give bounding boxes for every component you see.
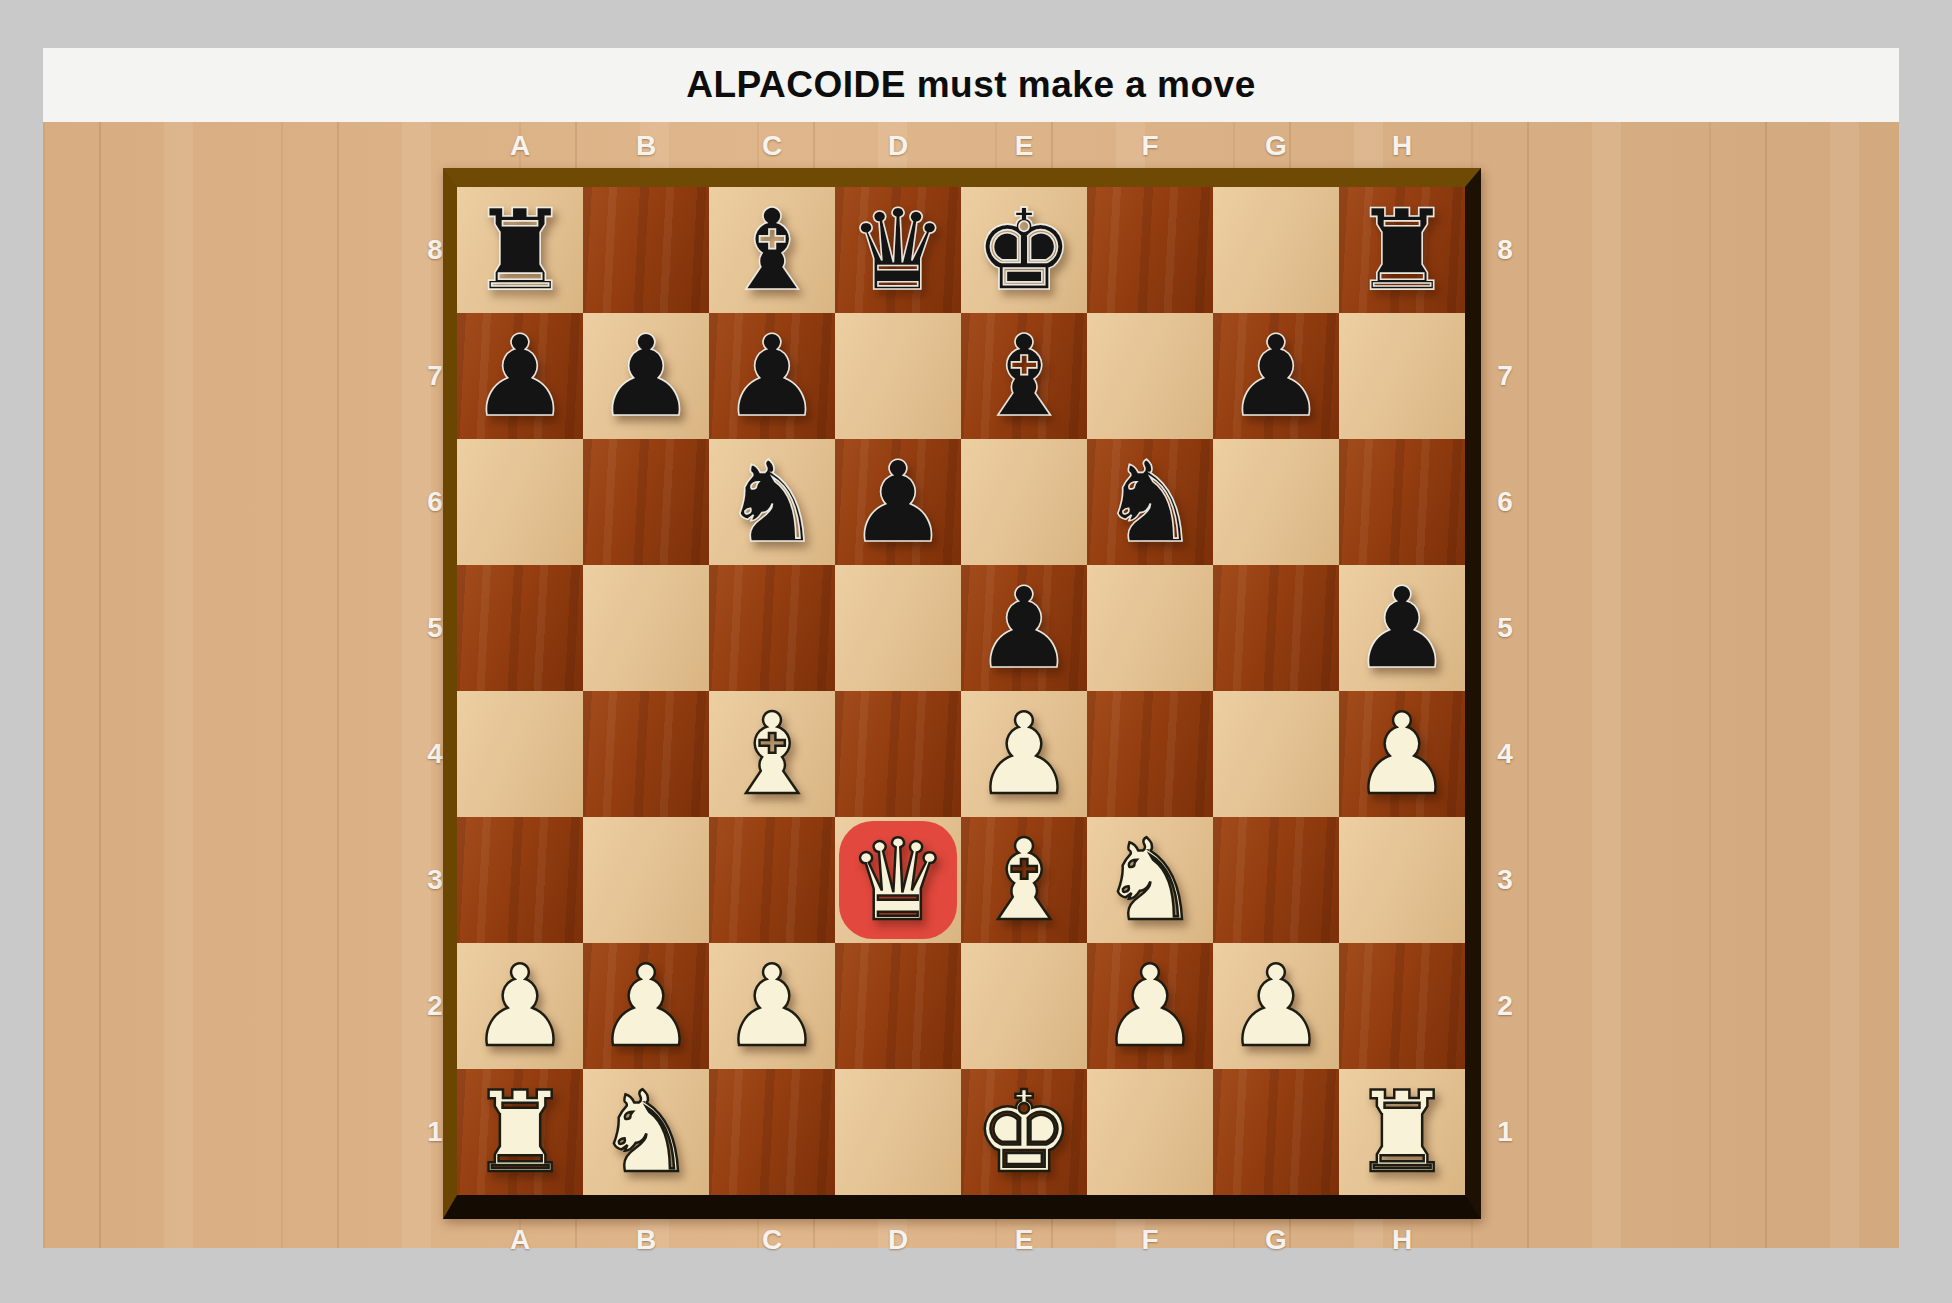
board-grid: ♜♝♛♚♜♟♟♟♝♟♞♟♞♟♟♝♟♟♛♝♞♟♟♟♟♟♜♞♚♜ [457, 187, 1465, 1195]
square-f5[interactable] [1087, 565, 1213, 691]
square-h8[interactable]: ♜ [1339, 187, 1465, 313]
piece-black-pawn[interactable]: ♟ [596, 320, 696, 432]
file-label-top-a: A [457, 130, 583, 164]
square-e3[interactable]: ♝ [961, 817, 1087, 943]
file-label-top-h: H [1339, 130, 1465, 164]
piece-white-queen[interactable]: ♛ [848, 824, 948, 936]
piece-black-pawn[interactable]: ♟ [470, 320, 570, 432]
game-window: ALPACOIDE must make a move ABCDEFGH ABCD… [43, 48, 1899, 1248]
square-g2[interactable]: ♟ [1213, 943, 1339, 1069]
square-e2[interactable] [961, 943, 1087, 1069]
square-c1[interactable] [709, 1069, 835, 1195]
square-e8[interactable]: ♚ [961, 187, 1087, 313]
square-b7[interactable]: ♟ [583, 313, 709, 439]
rank-label-right-2: 2 [1487, 943, 1523, 1069]
file-label-bottom-e: E [961, 1224, 1087, 1258]
square-d5[interactable] [835, 565, 961, 691]
file-label-top-c: C [709, 130, 835, 164]
square-a3[interactable] [457, 817, 583, 943]
file-label-bottom-g: G [1213, 1224, 1339, 1258]
square-a8[interactable]: ♜ [457, 187, 583, 313]
square-d7[interactable] [835, 313, 961, 439]
square-f2[interactable]: ♟ [1087, 943, 1213, 1069]
square-a7[interactable]: ♟ [457, 313, 583, 439]
square-c2[interactable]: ♟ [709, 943, 835, 1069]
piece-white-pawn[interactable]: ♟ [470, 950, 570, 1062]
square-g7[interactable]: ♟ [1213, 313, 1339, 439]
square-h4[interactable]: ♟ [1339, 691, 1465, 817]
rank-label-right-3: 3 [1487, 817, 1523, 943]
square-f3[interactable]: ♞ [1087, 817, 1213, 943]
square-d1[interactable] [835, 1069, 961, 1195]
square-c8[interactable]: ♝ [709, 187, 835, 313]
piece-black-pawn[interactable]: ♟ [848, 446, 948, 558]
square-e6[interactable] [961, 439, 1087, 565]
piece-white-rook[interactable]: ♜ [1352, 1076, 1452, 1188]
square-c6[interactable]: ♞ [709, 439, 835, 565]
file-label-top-e: E [961, 130, 1087, 164]
square-g8[interactable] [1213, 187, 1339, 313]
rank-label-right-7: 7 [1487, 313, 1523, 439]
square-c5[interactable] [709, 565, 835, 691]
piece-white-pawn[interactable]: ♟ [974, 698, 1074, 810]
file-label-top-b: B [583, 130, 709, 164]
square-d8[interactable]: ♛ [835, 187, 961, 313]
rank-label-right-5: 5 [1487, 565, 1523, 691]
file-label-top-d: D [835, 130, 961, 164]
piece-white-king[interactable]: ♚ [974, 1076, 1074, 1188]
rank-label-right-4: 4 [1487, 691, 1523, 817]
piece-black-rook[interactable]: ♜ [1352, 194, 1452, 306]
wood-table: ABCDEFGH ABCDEFGH 87654321 87654321 ♜♝♛♚… [43, 122, 1899, 1248]
square-b5[interactable] [583, 565, 709, 691]
chess-board: ♜♝♛♚♜♟♟♟♝♟♞♟♞♟♟♝♟♟♛♝♞♟♟♟♟♟♜♞♚♜ [443, 168, 1481, 1219]
square-b8[interactable] [583, 187, 709, 313]
square-c3[interactable] [709, 817, 835, 943]
status-message: ALPACOIDE must make a move [686, 64, 1256, 106]
piece-white-bishop[interactable]: ♝ [722, 698, 822, 810]
square-a1[interactable]: ♜ [457, 1069, 583, 1195]
square-f7[interactable] [1087, 313, 1213, 439]
file-label-bottom-a: A [457, 1224, 583, 1258]
square-h7[interactable] [1339, 313, 1465, 439]
piece-white-pawn[interactable]: ♟ [1226, 950, 1326, 1062]
square-b6[interactable] [583, 439, 709, 565]
square-d6[interactable]: ♟ [835, 439, 961, 565]
piece-white-pawn[interactable]: ♟ [1100, 950, 1200, 1062]
square-h1[interactable]: ♜ [1339, 1069, 1465, 1195]
square-g5[interactable] [1213, 565, 1339, 691]
square-b3[interactable] [583, 817, 709, 943]
piece-white-pawn[interactable]: ♟ [596, 950, 696, 1062]
piece-black-bishop[interactable]: ♝ [974, 320, 1074, 432]
rank-labels-right: 87654321 [1487, 187, 1523, 1195]
square-e4[interactable]: ♟ [961, 691, 1087, 817]
piece-black-king[interactable]: ♚ [974, 194, 1074, 306]
file-labels-bottom: ABCDEFGH [457, 1224, 1465, 1258]
square-f1[interactable] [1087, 1069, 1213, 1195]
square-b4[interactable] [583, 691, 709, 817]
piece-black-bishop[interactable]: ♝ [722, 194, 822, 306]
piece-black-queen[interactable]: ♛ [848, 194, 948, 306]
square-d2[interactable] [835, 943, 961, 1069]
square-f6[interactable]: ♞ [1087, 439, 1213, 565]
file-label-bottom-b: B [583, 1224, 709, 1258]
status-bar: ALPACOIDE must make a move [43, 48, 1899, 122]
piece-white-pawn[interactable]: ♟ [722, 950, 822, 1062]
file-label-bottom-h: H [1339, 1224, 1465, 1258]
file-label-top-f: F [1087, 130, 1213, 164]
square-h5[interactable]: ♟ [1339, 565, 1465, 691]
piece-white-pawn[interactable]: ♟ [1352, 698, 1452, 810]
square-b1[interactable]: ♞ [583, 1069, 709, 1195]
square-f8[interactable] [1087, 187, 1213, 313]
square-d4[interactable] [835, 691, 961, 817]
piece-black-pawn[interactable]: ♟ [1226, 320, 1326, 432]
square-a6[interactable] [457, 439, 583, 565]
piece-white-knight[interactable]: ♞ [596, 1076, 696, 1188]
square-g6[interactable] [1213, 439, 1339, 565]
piece-white-bishop[interactable]: ♝ [974, 824, 1074, 936]
square-b2[interactable]: ♟ [583, 943, 709, 1069]
square-e1[interactable]: ♚ [961, 1069, 1087, 1195]
square-a5[interactable] [457, 565, 583, 691]
square-e7[interactable]: ♝ [961, 313, 1087, 439]
piece-black-pawn[interactable]: ♟ [722, 320, 822, 432]
rank-label-right-8: 8 [1487, 187, 1523, 313]
piece-black-pawn[interactable]: ♟ [974, 572, 1074, 684]
square-e5[interactable]: ♟ [961, 565, 1087, 691]
file-label-top-g: G [1213, 130, 1339, 164]
square-g4[interactable] [1213, 691, 1339, 817]
file-label-bottom-d: D [835, 1224, 961, 1258]
rank-label-right-1: 1 [1487, 1069, 1523, 1195]
square-g1[interactable] [1213, 1069, 1339, 1195]
square-f4[interactable] [1087, 691, 1213, 817]
piece-black-knight[interactable]: ♞ [1100, 446, 1200, 558]
piece-black-knight[interactable]: ♞ [722, 446, 822, 558]
piece-white-rook[interactable]: ♜ [470, 1076, 570, 1188]
square-h6[interactable] [1339, 439, 1465, 565]
square-d3[interactable]: ♛ [835, 817, 961, 943]
piece-black-rook[interactable]: ♜ [470, 194, 570, 306]
piece-white-knight[interactable]: ♞ [1100, 824, 1200, 936]
square-h3[interactable] [1339, 817, 1465, 943]
rank-label-right-6: 6 [1487, 439, 1523, 565]
square-c7[interactable]: ♟ [709, 313, 835, 439]
file-labels-top: ABCDEFGH [457, 130, 1465, 164]
square-g3[interactable] [1213, 817, 1339, 943]
app-background: { "header": { "title": "ALPACOIDE must m… [0, 0, 1952, 1303]
file-label-bottom-f: F [1087, 1224, 1213, 1258]
piece-black-pawn[interactable]: ♟ [1352, 572, 1452, 684]
square-a4[interactable] [457, 691, 583, 817]
square-a2[interactable]: ♟ [457, 943, 583, 1069]
square-c4[interactable]: ♝ [709, 691, 835, 817]
square-h2[interactable] [1339, 943, 1465, 1069]
file-label-bottom-c: C [709, 1224, 835, 1258]
